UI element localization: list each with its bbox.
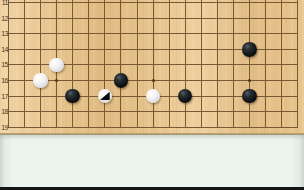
white-stone — [33, 73, 48, 88]
last-move-triangle-marker — [100, 92, 110, 101]
white-stone — [49, 58, 64, 73]
bottom-bar — [0, 187, 304, 190]
black-stone — [178, 89, 193, 104]
stones-layer — [0, 0, 304, 133]
black-stone — [242, 42, 257, 57]
white-stone — [98, 89, 113, 104]
white-stone — [146, 89, 161, 104]
go-board[interactable]: 111213141516171819 — [0, 0, 304, 133]
black-stone — [65, 89, 80, 104]
go-app-screen: 111213141516171819 — [0, 0, 304, 190]
lower-panel — [0, 135, 304, 187]
panel-top-shadow — [0, 135, 304, 140]
black-stone — [242, 89, 257, 104]
black-stone — [114, 73, 129, 88]
